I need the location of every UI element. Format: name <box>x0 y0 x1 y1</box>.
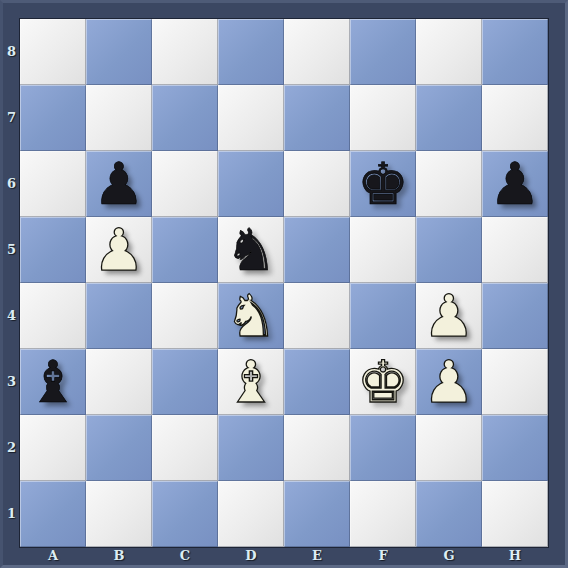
square-e8[interactable] <box>284 19 350 85</box>
piece-white-king[interactable]: ♚ <box>357 349 409 415</box>
square-c3[interactable] <box>152 349 218 415</box>
file-label-h: H <box>482 547 548 565</box>
square-a8[interactable] <box>20 19 86 85</box>
square-g1[interactable] <box>416 481 482 547</box>
square-h1[interactable] <box>482 481 548 547</box>
file-label-c: C <box>152 547 218 565</box>
square-g7[interactable] <box>416 85 482 151</box>
piece-black-bishop[interactable]: ♝ <box>27 349 79 415</box>
square-b5[interactable]: ♟ <box>86 217 152 283</box>
square-g5[interactable] <box>416 217 482 283</box>
square-f1[interactable] <box>350 481 416 547</box>
square-h6[interactable]: ♟ <box>482 151 548 217</box>
square-g2[interactable] <box>416 415 482 481</box>
rank-label-1: 1 <box>3 481 20 547</box>
piece-white-knight[interactable]: ♞ <box>225 283 277 349</box>
piece-white-pawn[interactable]: ♟ <box>93 217 145 283</box>
square-h2[interactable] <box>482 415 548 481</box>
square-h8[interactable] <box>482 19 548 85</box>
square-b8[interactable] <box>86 19 152 85</box>
square-h5[interactable] <box>482 217 548 283</box>
rank-label-4: 4 <box>3 283 20 349</box>
square-d6[interactable] <box>218 151 284 217</box>
square-e4[interactable] <box>284 283 350 349</box>
square-h4[interactable] <box>482 283 548 349</box>
square-c6[interactable] <box>152 151 218 217</box>
square-f7[interactable] <box>350 85 416 151</box>
square-a2[interactable] <box>20 415 86 481</box>
square-e6[interactable] <box>284 151 350 217</box>
square-g4[interactable]: ♟ <box>416 283 482 349</box>
square-b3[interactable] <box>86 349 152 415</box>
file-label-g: G <box>416 547 482 565</box>
board-frame: ♟♚♟♟♞♞♟♝♝♚♟ 87654321ABCDEFGH <box>0 0 568 568</box>
file-label-f: F <box>350 547 416 565</box>
square-g6[interactable] <box>416 151 482 217</box>
file-label-d: D <box>218 547 284 565</box>
square-h3[interactable] <box>482 349 548 415</box>
rank-label-2: 2 <box>3 415 20 481</box>
square-d5[interactable]: ♞ <box>218 217 284 283</box>
square-b6[interactable]: ♟ <box>86 151 152 217</box>
square-d2[interactable] <box>218 415 284 481</box>
square-d1[interactable] <box>218 481 284 547</box>
file-label-b: B <box>86 547 152 565</box>
square-c7[interactable] <box>152 85 218 151</box>
file-label-e: E <box>284 547 350 565</box>
square-b4[interactable] <box>86 283 152 349</box>
rank-label-5: 5 <box>3 217 20 283</box>
square-f5[interactable] <box>350 217 416 283</box>
square-c4[interactable] <box>152 283 218 349</box>
square-d3[interactable]: ♝ <box>218 349 284 415</box>
square-b7[interactable] <box>86 85 152 151</box>
square-d8[interactable] <box>218 19 284 85</box>
chess-board: ♟♚♟♟♞♞♟♝♝♚♟ <box>20 19 548 547</box>
rank-label-3: 3 <box>3 349 20 415</box>
square-e5[interactable] <box>284 217 350 283</box>
square-g3[interactable]: ♟ <box>416 349 482 415</box>
piece-black-pawn[interactable]: ♟ <box>489 151 541 217</box>
piece-white-pawn[interactable]: ♟ <box>423 283 475 349</box>
square-d7[interactable] <box>218 85 284 151</box>
square-a3[interactable]: ♝ <box>20 349 86 415</box>
piece-white-pawn[interactable]: ♟ <box>423 349 475 415</box>
square-e3[interactable] <box>284 349 350 415</box>
square-f8[interactable] <box>350 19 416 85</box>
rank-label-6: 6 <box>3 151 20 217</box>
square-a6[interactable] <box>20 151 86 217</box>
square-e7[interactable] <box>284 85 350 151</box>
piece-white-bishop[interactable]: ♝ <box>225 349 277 415</box>
file-label-a: A <box>20 547 86 565</box>
square-b2[interactable] <box>86 415 152 481</box>
square-e1[interactable] <box>284 481 350 547</box>
square-c5[interactable] <box>152 217 218 283</box>
square-f4[interactable] <box>350 283 416 349</box>
square-a5[interactable] <box>20 217 86 283</box>
square-a4[interactable] <box>20 283 86 349</box>
rank-label-7: 7 <box>3 85 20 151</box>
piece-black-knight[interactable]: ♞ <box>225 217 277 283</box>
square-f6[interactable]: ♚ <box>350 151 416 217</box>
square-c2[interactable] <box>152 415 218 481</box>
square-d4[interactable]: ♞ <box>218 283 284 349</box>
rank-label-8: 8 <box>3 19 20 85</box>
square-g8[interactable] <box>416 19 482 85</box>
square-c8[interactable] <box>152 19 218 85</box>
piece-black-king[interactable]: ♚ <box>357 151 409 217</box>
square-b1[interactable] <box>86 481 152 547</box>
square-f2[interactable] <box>350 415 416 481</box>
square-a7[interactable] <box>20 85 86 151</box>
square-e2[interactable] <box>284 415 350 481</box>
square-c1[interactable] <box>152 481 218 547</box>
square-a1[interactable] <box>20 481 86 547</box>
piece-black-pawn[interactable]: ♟ <box>93 151 145 217</box>
square-f3[interactable]: ♚ <box>350 349 416 415</box>
square-h7[interactable] <box>482 85 548 151</box>
